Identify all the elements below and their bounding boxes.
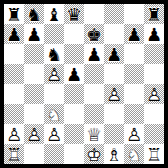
black-knight: ♞♞ <box>24 4 44 24</box>
square-d7[interactable] <box>64 24 84 44</box>
white-pawn: ♟♙ <box>24 124 44 144</box>
square-e4[interactable] <box>84 84 104 104</box>
chess-board: ♜♜♞♞♝♝♛♛♜♜♟♟♟♟♚♚♟♟♟♟♞♞♟♟♟♟♟♙♟♟♟♙♟♙♞♘♟♙♟♙… <box>4 4 164 164</box>
piece-glyph: ♜ <box>4 4 24 24</box>
square-g8[interactable] <box>124 4 144 24</box>
white-knight: ♞♘ <box>124 144 144 164</box>
white-pawn: ♟♙ <box>124 124 144 144</box>
piece-glyph: ♗ <box>104 144 124 164</box>
piece-glyph: ♖ <box>4 144 24 164</box>
square-b6[interactable] <box>24 44 44 64</box>
square-e8[interactable] <box>84 4 104 24</box>
square-a1[interactable]: ♜♖ <box>4 144 24 164</box>
square-g1[interactable]: ♞♘ <box>124 144 144 164</box>
square-b1[interactable] <box>24 144 44 164</box>
square-e7[interactable]: ♚♚ <box>84 24 104 44</box>
square-g4[interactable] <box>124 84 144 104</box>
black-pawn: ♟♟ <box>124 24 144 44</box>
square-b7[interactable]: ♟♟ <box>24 24 44 44</box>
square-a6[interactable] <box>4 44 24 64</box>
square-f6[interactable]: ♟♟ <box>104 44 124 64</box>
piece-glyph: ♙ <box>4 124 24 144</box>
piece-glyph: ♟ <box>24 24 44 44</box>
white-pawn: ♟♙ <box>44 124 64 144</box>
square-d8[interactable]: ♛♛ <box>64 4 84 24</box>
black-rook: ♜♜ <box>144 4 164 24</box>
square-c6[interactable]: ♞♞ <box>44 44 64 64</box>
white-bishop: ♝♗ <box>104 144 124 164</box>
piece-glyph: ♞ <box>24 4 44 24</box>
piece-glyph: ♟ <box>144 24 164 44</box>
square-a2[interactable]: ♟♙ <box>4 124 24 144</box>
square-c1[interactable] <box>44 144 64 164</box>
piece-glyph: ♙ <box>24 124 44 144</box>
square-h3[interactable] <box>144 104 164 124</box>
square-f3[interactable] <box>104 104 124 124</box>
square-d4[interactable] <box>64 84 84 104</box>
square-f1[interactable]: ♝♗ <box>104 144 124 164</box>
square-h8[interactable]: ♜♜ <box>144 4 164 24</box>
square-b2[interactable]: ♟♙ <box>24 124 44 144</box>
piece-glyph: ♙ <box>44 124 64 144</box>
piece-glyph: ♙ <box>44 64 64 84</box>
square-b8[interactable]: ♞♞ <box>24 4 44 24</box>
square-c2[interactable]: ♟♙ <box>44 124 64 144</box>
black-queen: ♛♛ <box>64 4 84 24</box>
square-d2[interactable] <box>64 124 84 144</box>
square-c8[interactable]: ♝♝ <box>44 4 64 24</box>
square-f2[interactable] <box>104 124 124 144</box>
square-f5[interactable] <box>104 64 124 84</box>
square-e5[interactable] <box>84 64 104 84</box>
black-pawn: ♟♟ <box>104 44 124 64</box>
piece-glyph: ♟ <box>104 44 124 64</box>
square-e3[interactable] <box>84 104 104 124</box>
piece-glyph: ♚ <box>84 24 104 44</box>
white-pawn: ♟♙ <box>44 64 64 84</box>
white-pawn: ♟♙ <box>144 84 164 104</box>
piece-glyph: ♜ <box>144 4 164 24</box>
black-pawn: ♟♟ <box>64 64 84 84</box>
square-h4[interactable]: ♟♙ <box>144 84 164 104</box>
piece-glyph: ♟ <box>124 24 144 44</box>
black-knight: ♞♞ <box>44 44 64 64</box>
piece-glyph: ♘ <box>124 144 144 164</box>
square-h7[interactable]: ♟♟ <box>144 24 164 44</box>
piece-glyph: ♟ <box>64 64 84 84</box>
square-b5[interactable] <box>24 64 44 84</box>
piece-glyph: ♟ <box>84 44 104 64</box>
white-rook: ♜♖ <box>4 144 24 164</box>
square-a7[interactable]: ♟♟ <box>4 24 24 44</box>
white-pawn: ♟♙ <box>104 84 124 104</box>
square-d3[interactable] <box>64 104 84 124</box>
square-h6[interactable] <box>144 44 164 64</box>
square-g7[interactable]: ♟♟ <box>124 24 144 44</box>
board-frame: ♜♜♞♞♝♝♛♛♜♜♟♟♟♟♚♚♟♟♟♟♞♞♟♟♟♟♟♙♟♟♟♙♟♙♞♘♟♙♟♙… <box>0 0 168 168</box>
square-b3[interactable] <box>24 104 44 124</box>
square-g5[interactable] <box>124 64 144 84</box>
square-g3[interactable] <box>124 104 144 124</box>
square-c4[interactable] <box>44 84 64 104</box>
black-pawn: ♟♟ <box>4 24 24 44</box>
piece-glyph: ♔ <box>84 144 104 164</box>
black-bishop: ♝♝ <box>44 4 64 24</box>
square-b4[interactable] <box>24 84 44 104</box>
white-king: ♚♔ <box>84 144 104 164</box>
square-c5[interactable]: ♟♙ <box>44 64 64 84</box>
piece-glyph: ♞ <box>44 44 64 64</box>
square-e1[interactable]: ♚♔ <box>84 144 104 164</box>
square-g6[interactable] <box>124 44 144 64</box>
square-a3[interactable] <box>4 104 24 124</box>
square-e6[interactable]: ♟♟ <box>84 44 104 64</box>
square-c3[interactable]: ♞♘ <box>44 104 64 124</box>
black-pawn: ♟♟ <box>84 44 104 64</box>
black-rook: ♜♜ <box>4 4 24 24</box>
piece-glyph: ♙ <box>104 84 124 104</box>
square-a5[interactable] <box>4 64 24 84</box>
piece-glyph: ♛ <box>64 4 84 24</box>
piece-glyph: ♟ <box>4 24 24 44</box>
piece-glyph: ♘ <box>44 104 64 124</box>
black-king: ♚♚ <box>84 24 104 44</box>
square-d6[interactable] <box>64 44 84 64</box>
piece-glyph: ♙ <box>124 124 144 144</box>
square-g2[interactable]: ♟♙ <box>124 124 144 144</box>
piece-glyph: ♙ <box>144 84 164 104</box>
white-rook: ♜♖ <box>144 144 164 164</box>
piece-glyph: ♕ <box>84 124 104 144</box>
square-a8[interactable]: ♜♜ <box>4 4 24 24</box>
square-f8[interactable] <box>104 4 124 24</box>
square-f4[interactable]: ♟♙ <box>104 84 124 104</box>
piece-glyph: ♖ <box>144 144 164 164</box>
black-pawn: ♟♟ <box>24 24 44 44</box>
white-queen: ♛♕ <box>84 124 104 144</box>
piece-glyph: ♝ <box>44 4 64 24</box>
square-a4[interactable] <box>4 84 24 104</box>
square-f7[interactable] <box>104 24 124 44</box>
square-e2[interactable]: ♛♕ <box>84 124 104 144</box>
square-c7[interactable] <box>44 24 64 44</box>
black-pawn: ♟♟ <box>144 24 164 44</box>
square-h2[interactable] <box>144 124 164 144</box>
square-h5[interactable] <box>144 64 164 84</box>
white-knight: ♞♘ <box>44 104 64 124</box>
square-d5[interactable]: ♟♟ <box>64 64 84 84</box>
square-h1[interactable]: ♜♖ <box>144 144 164 164</box>
white-pawn: ♟♙ <box>4 124 24 144</box>
square-d1[interactable] <box>64 144 84 164</box>
